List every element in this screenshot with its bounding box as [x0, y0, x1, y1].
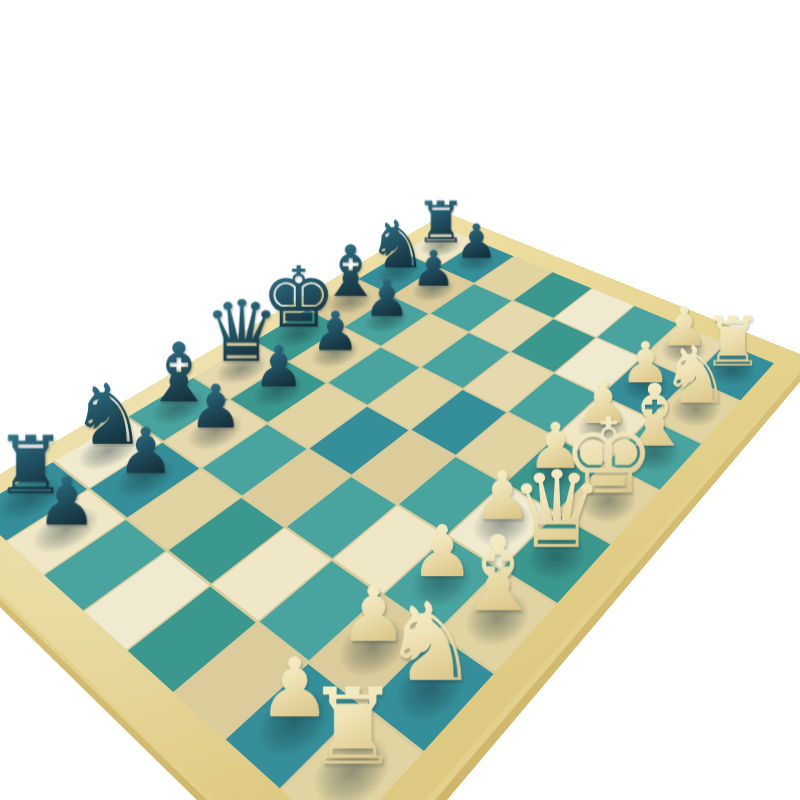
teal-piece-glyph: ♟ [36, 467, 97, 535]
teal-piece-glyph: ♟ [253, 338, 304, 395]
scene: ♜♞♝♛♚♝♞♜♟♟♟♟♟♟♟♟♟♟♟♟♟♟♟♟♜♞♝♛♚♝♞♜ [0, 0, 800, 800]
teal-piece-glyph: ♟ [364, 272, 410, 324]
ivory-piece-glyph: ♜ [305, 673, 400, 779]
teal-piece-glyph: ♟ [411, 244, 455, 293]
chess-board: ♜♞♝♛♚♝♞♜♟♟♟♟♟♟♟♟♟♟♟♟♟♟♟♟♜♞♝♛♚♝♞♜ [0, 213, 800, 800]
teal-piece-glyph: ♟ [189, 376, 243, 436]
teal-piece-glyph: ♟ [311, 304, 360, 358]
product-photo: ♜♞♝♛♚♝♞♜♟♟♟♟♟♟♟♟♟♟♟♟♟♟♟♟♜♞♝♛♚♝♞♜ [0, 0, 800, 800]
teal-piece-glyph: ♟ [117, 419, 174, 483]
teal-piece-glyph: ♟ [455, 218, 497, 265]
